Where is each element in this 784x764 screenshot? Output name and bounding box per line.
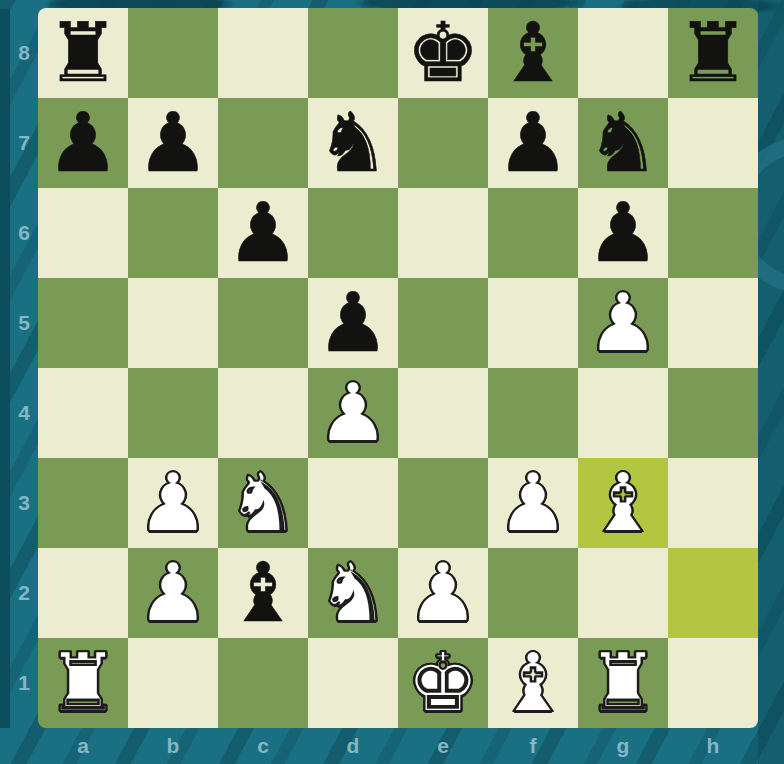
- square-a1[interactable]: ♜: [38, 638, 128, 728]
- file-labels: abcdefgh: [38, 728, 758, 764]
- square-d8[interactable]: [308, 8, 398, 98]
- square-g8[interactable]: [578, 8, 668, 98]
- square-c3[interactable]: ♞: [218, 458, 308, 548]
- square-h2[interactable]: [668, 548, 758, 638]
- piece-black-pawn[interactable]: ♟: [316, 278, 390, 368]
- piece-white-pawn[interactable]: ♟: [586, 278, 660, 368]
- square-f6[interactable]: [488, 188, 578, 278]
- square-a6[interactable]: [38, 188, 128, 278]
- square-e6[interactable]: [398, 188, 488, 278]
- piece-white-pawn[interactable]: ♟: [316, 368, 390, 458]
- square-c5[interactable]: [218, 278, 308, 368]
- piece-black-knight[interactable]: ♞: [316, 98, 390, 188]
- file-label-c: c: [218, 728, 308, 764]
- piece-white-knight[interactable]: ♞: [316, 548, 390, 638]
- file-label-a: a: [38, 728, 128, 764]
- rank-label-2: 2: [10, 548, 38, 638]
- piece-black-pawn[interactable]: ♟: [496, 98, 570, 188]
- square-h6[interactable]: [668, 188, 758, 278]
- square-b7[interactable]: ♟: [128, 98, 218, 188]
- square-f2[interactable]: [488, 548, 578, 638]
- square-h3[interactable]: [668, 458, 758, 548]
- square-a4[interactable]: [38, 368, 128, 458]
- piece-black-pawn[interactable]: ♟: [46, 98, 120, 188]
- square-f3[interactable]: ♟: [488, 458, 578, 548]
- square-c2[interactable]: ♝: [218, 548, 308, 638]
- piece-black-bishop[interactable]: ♝: [226, 548, 300, 638]
- square-d2[interactable]: ♞: [308, 548, 398, 638]
- rank-labels: 87654321: [10, 8, 38, 728]
- square-h1[interactable]: [668, 638, 758, 728]
- square-e1[interactable]: ♚: [398, 638, 488, 728]
- square-f5[interactable]: [488, 278, 578, 368]
- file-label-g: g: [578, 728, 668, 764]
- piece-black-rook[interactable]: ♜: [676, 8, 750, 98]
- piece-white-pawn[interactable]: ♟: [136, 458, 210, 548]
- rank-label-7: 7: [10, 98, 38, 188]
- piece-white-pawn[interactable]: ♟: [496, 458, 570, 548]
- square-e2[interactable]: ♟: [398, 548, 488, 638]
- square-b6[interactable]: [128, 188, 218, 278]
- square-h5[interactable]: [668, 278, 758, 368]
- square-g7[interactable]: ♞: [578, 98, 668, 188]
- square-b8[interactable]: [128, 8, 218, 98]
- piece-black-pawn[interactable]: ♟: [226, 188, 300, 278]
- rank-label-5: 5: [10, 278, 38, 368]
- square-e8[interactable]: ♚: [398, 8, 488, 98]
- piece-white-knight[interactable]: ♞: [226, 458, 300, 548]
- piece-black-bishop[interactable]: ♝: [496, 8, 570, 98]
- square-c4[interactable]: [218, 368, 308, 458]
- square-e3[interactable]: [398, 458, 488, 548]
- square-g3[interactable]: ♝: [578, 458, 668, 548]
- square-b5[interactable]: [128, 278, 218, 368]
- piece-white-rook[interactable]: ♜: [586, 638, 660, 728]
- rank-label-8: 8: [10, 8, 38, 98]
- square-g5[interactable]: ♟: [578, 278, 668, 368]
- file-label-h: h: [668, 728, 758, 764]
- rank-label-3: 3: [10, 458, 38, 548]
- square-b4[interactable]: [128, 368, 218, 458]
- square-b3[interactable]: ♟: [128, 458, 218, 548]
- square-e7[interactable]: [398, 98, 488, 188]
- square-h8[interactable]: ♜: [668, 8, 758, 98]
- rank-label-1: 1: [10, 638, 38, 728]
- square-d3[interactable]: [308, 458, 398, 548]
- square-c6[interactable]: ♟: [218, 188, 308, 278]
- square-a8[interactable]: ♜: [38, 8, 128, 98]
- square-e5[interactable]: [398, 278, 488, 368]
- square-a7[interactable]: ♟: [38, 98, 128, 188]
- piece-black-pawn[interactable]: ♟: [136, 98, 210, 188]
- piece-white-bishop[interactable]: ♝: [586, 458, 660, 548]
- square-d1[interactable]: [308, 638, 398, 728]
- piece-white-rook[interactable]: ♜: [46, 638, 120, 728]
- rank-label-4: 4: [10, 368, 38, 458]
- square-c8[interactable]: [218, 8, 308, 98]
- square-g6[interactable]: ♟: [578, 188, 668, 278]
- square-a2[interactable]: [38, 548, 128, 638]
- square-f1[interactable]: ♝: [488, 638, 578, 728]
- square-g4[interactable]: [578, 368, 668, 458]
- file-label-d: d: [308, 728, 398, 764]
- square-b1[interactable]: [128, 638, 218, 728]
- left-edge-strip: [0, 9, 10, 728]
- square-e4[interactable]: [398, 368, 488, 458]
- square-a5[interactable]: [38, 278, 128, 368]
- square-a3[interactable]: [38, 458, 128, 548]
- square-d7[interactable]: ♞: [308, 98, 398, 188]
- chess-board: ♜♚♝♜♟♟♞♟♞♟♟♟♟♟♟♞♟♝♟♝♞♟♜♚♝♜: [38, 8, 758, 728]
- square-f8[interactable]: ♝: [488, 8, 578, 98]
- file-label-f: f: [488, 728, 578, 764]
- square-h4[interactable]: [668, 368, 758, 458]
- file-label-e: e: [398, 728, 488, 764]
- square-f7[interactable]: ♟: [488, 98, 578, 188]
- piece-white-pawn[interactable]: ♟: [406, 548, 480, 638]
- square-g1[interactable]: ♜: [578, 638, 668, 728]
- square-c1[interactable]: [218, 638, 308, 728]
- piece-black-pawn[interactable]: ♟: [586, 188, 660, 278]
- square-d6[interactable]: [308, 188, 398, 278]
- square-d5[interactable]: ♟: [308, 278, 398, 368]
- rank-label-6: 6: [10, 188, 38, 278]
- square-h7[interactable]: [668, 98, 758, 188]
- square-d4[interactable]: ♟: [308, 368, 398, 458]
- piece-black-rook[interactable]: ♜: [46, 8, 120, 98]
- background-right-shade: [758, 0, 784, 764]
- piece-black-king[interactable]: ♚: [406, 8, 480, 98]
- piece-white-king[interactable]: ♚: [406, 638, 480, 728]
- piece-white-bishop[interactable]: ♝: [496, 638, 570, 728]
- piece-black-knight[interactable]: ♞: [586, 98, 660, 188]
- square-g2[interactable]: [578, 548, 668, 638]
- square-f4[interactable]: [488, 368, 578, 458]
- square-b2[interactable]: ♟: [128, 548, 218, 638]
- chess-app: ♜♚♝♜♟♟♞♟♞♟♟♟♟♟♟♞♟♝♟♝♞♟♜♚♝♜ 87654321 abcd…: [0, 0, 784, 764]
- file-label-b: b: [128, 728, 218, 764]
- piece-white-pawn[interactable]: ♟: [136, 548, 210, 638]
- square-c7[interactable]: [218, 98, 308, 188]
